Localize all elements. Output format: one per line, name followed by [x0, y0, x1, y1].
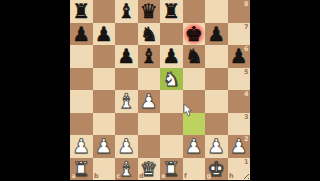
square-g5[interactable] — [205, 68, 228, 91]
square-g3[interactable] — [205, 113, 228, 136]
rank-label-4: 4 — [244, 91, 249, 98]
square-d6[interactable]: ♝ — [138, 45, 161, 68]
square-d4[interactable]: ♟ — [138, 90, 161, 113]
square-c1[interactable]: ♝c — [115, 158, 138, 181]
chess-board: ♜♝♛♜8♟♟♞♚♟7♟♝♟♞♟6♞5♝♟43♟♟♟♟♟♟2♜ab♝c♛d♜ef… — [70, 0, 250, 180]
rank-label-3: 3 — [244, 114, 249, 121]
rank-label-7: 7 — [244, 24, 249, 31]
piece-white-king[interactable]: ♚ — [205, 158, 228, 181]
square-e6[interactable]: ♟ — [160, 45, 183, 68]
square-f5[interactable] — [183, 68, 206, 91]
piece-white-pawn[interactable]: ♟ — [228, 135, 251, 158]
board-resize-handle[interactable] — [242, 172, 249, 179]
piece-black-queen[interactable]: ♛ — [138, 0, 161, 23]
piece-white-rook[interactable]: ♜ — [160, 158, 183, 181]
square-d7[interactable]: ♞ — [138, 23, 161, 46]
square-h8[interactable]: 8 — [228, 0, 251, 23]
piece-black-rook[interactable]: ♜ — [160, 0, 183, 23]
square-f7[interactable]: ♚ — [183, 23, 206, 46]
square-c4[interactable]: ♝ — [115, 90, 138, 113]
square-b7[interactable]: ♟ — [93, 23, 116, 46]
square-e3[interactable] — [160, 113, 183, 136]
rank-label-5: 5 — [244, 69, 249, 76]
piece-black-pawn[interactable]: ♟ — [93, 23, 116, 46]
piece-black-pawn[interactable]: ♟ — [160, 45, 183, 68]
square-b4[interactable] — [93, 90, 116, 113]
square-e8[interactable]: ♜ — [160, 0, 183, 23]
square-d3[interactable] — [138, 113, 161, 136]
square-d1[interactable]: ♛d — [138, 158, 161, 181]
square-c7[interactable] — [115, 23, 138, 46]
file-label-f: f — [184, 173, 187, 180]
square-a1[interactable]: ♜a — [70, 158, 93, 181]
square-g7[interactable]: ♟ — [205, 23, 228, 46]
square-f8[interactable] — [183, 0, 206, 23]
square-c6[interactable]: ♟ — [115, 45, 138, 68]
square-a5[interactable] — [70, 68, 93, 91]
square-h1[interactable]: 1h — [228, 158, 251, 181]
piece-black-pawn[interactable]: ♟ — [205, 23, 228, 46]
piece-white-bishop[interactable]: ♝ — [115, 90, 138, 113]
file-label-b: b — [94, 173, 99, 180]
square-f2[interactable]: ♟ — [183, 135, 206, 158]
square-b3[interactable] — [93, 113, 116, 136]
piece-white-pawn[interactable]: ♟ — [138, 90, 161, 113]
square-c2[interactable]: ♟ — [115, 135, 138, 158]
square-e4[interactable] — [160, 90, 183, 113]
square-h3[interactable]: 3 — [228, 113, 251, 136]
square-f3[interactable] — [183, 113, 206, 136]
piece-black-bishop[interactable]: ♝ — [115, 0, 138, 23]
square-h2[interactable]: ♟2 — [228, 135, 251, 158]
piece-black-knight[interactable]: ♞ — [138, 23, 161, 46]
file-label-h: h — [229, 173, 234, 180]
piece-black-bishop[interactable]: ♝ — [138, 45, 161, 68]
square-d8[interactable]: ♛ — [138, 0, 161, 23]
square-f6[interactable]: ♞ — [183, 45, 206, 68]
square-f1[interactable]: f — [183, 158, 206, 181]
piece-white-rook[interactable]: ♜ — [70, 158, 93, 181]
piece-white-pawn[interactable]: ♟ — [93, 135, 116, 158]
square-c8[interactable]: ♝ — [115, 0, 138, 23]
piece-black-pawn[interactable]: ♟ — [70, 23, 93, 46]
square-c3[interactable] — [115, 113, 138, 136]
piece-white-bishop[interactable]: ♝ — [115, 158, 138, 181]
square-a3[interactable] — [70, 113, 93, 136]
square-a7[interactable]: ♟ — [70, 23, 93, 46]
letterbox-background: ♜♝♛♜8♟♟♞♚♟7♟♝♟♞♟6♞5♝♟43♟♟♟♟♟♟2♜ab♝c♛d♜ef… — [0, 0, 320, 180]
square-g4[interactable] — [205, 90, 228, 113]
square-e7[interactable] — [160, 23, 183, 46]
piece-black-rook[interactable]: ♜ — [70, 0, 93, 23]
piece-white-pawn[interactable]: ♟ — [70, 135, 93, 158]
square-g6[interactable] — [205, 45, 228, 68]
square-f4[interactable] — [183, 90, 206, 113]
square-g1[interactable]: ♚g — [205, 158, 228, 181]
square-a2[interactable]: ♟ — [70, 135, 93, 158]
square-d5[interactable] — [138, 68, 161, 91]
piece-white-knight[interactable]: ♞ — [160, 68, 183, 91]
square-a6[interactable] — [70, 45, 93, 68]
square-a4[interactable] — [70, 90, 93, 113]
square-d2[interactable] — [138, 135, 161, 158]
piece-black-pawn[interactable]: ♟ — [228, 45, 251, 68]
square-e2[interactable] — [160, 135, 183, 158]
square-c5[interactable] — [115, 68, 138, 91]
piece-white-pawn[interactable]: ♟ — [205, 135, 228, 158]
square-a8[interactable]: ♜ — [70, 0, 93, 23]
piece-white-pawn[interactable]: ♟ — [183, 135, 206, 158]
square-h6[interactable]: ♟6 — [228, 45, 251, 68]
square-b2[interactable]: ♟ — [93, 135, 116, 158]
square-g8[interactable] — [205, 0, 228, 23]
piece-black-knight[interactable]: ♞ — [183, 45, 206, 68]
square-b8[interactable] — [93, 0, 116, 23]
rank-label-8: 8 — [244, 1, 249, 8]
piece-black-pawn[interactable]: ♟ — [115, 45, 138, 68]
square-h4[interactable]: 4 — [228, 90, 251, 113]
square-b5[interactable] — [93, 68, 116, 91]
piece-white-queen[interactable]: ♛ — [138, 158, 161, 181]
square-g2[interactable]: ♟ — [205, 135, 228, 158]
rank-label-1: 1 — [244, 159, 249, 166]
piece-black-king[interactable]: ♚ — [183, 23, 206, 46]
square-e5[interactable]: ♞ — [160, 68, 183, 91]
square-h5[interactable]: 5 — [228, 68, 251, 91]
square-e1[interactable]: ♜e — [160, 158, 183, 181]
square-h7[interactable]: 7 — [228, 23, 251, 46]
square-b1[interactable]: b — [93, 158, 116, 181]
square-b6[interactable] — [93, 45, 116, 68]
piece-white-pawn[interactable]: ♟ — [115, 135, 138, 158]
